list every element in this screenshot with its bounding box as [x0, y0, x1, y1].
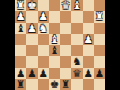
- square-a3[interactable]: [15, 56, 26, 67]
- screenshot-root: ♜♚♛♝♟♟♜♝♟♞♝♟♝♞♟♟♟♛♟♟♜♚♜: [0, 0, 120, 90]
- square-h6[interactable]: [94, 23, 105, 34]
- square-e4[interactable]: [60, 45, 71, 56]
- white-pawn-piece[interactable]: ♟: [16, 11, 25, 22]
- square-c1[interactable]: [38, 79, 49, 90]
- square-a7[interactable]: ♟: [15, 11, 26, 22]
- square-h1[interactable]: [94, 79, 105, 90]
- square-g7[interactable]: [83, 11, 94, 22]
- white-rook-piece[interactable]: ♜: [16, 0, 25, 11]
- square-d4[interactable]: ♝: [49, 45, 60, 56]
- black-pawn-piece[interactable]: ♟: [16, 68, 25, 79]
- black-bishop-piece[interactable]: ♝: [50, 45, 59, 56]
- square-c8[interactable]: [38, 0, 49, 11]
- white-pawn-piece[interactable]: ♟: [38, 11, 47, 22]
- square-b4[interactable]: [26, 45, 37, 56]
- black-pawn-piece[interactable]: ♟: [38, 68, 47, 79]
- square-g6[interactable]: [83, 23, 94, 34]
- square-a8[interactable]: ♜: [15, 0, 26, 11]
- square-c6[interactable]: ♞: [38, 23, 49, 34]
- black-queen-piece[interactable]: ♛: [72, 68, 81, 79]
- white-knight-piece[interactable]: ♞: [38, 23, 47, 34]
- square-d6[interactable]: [49, 23, 60, 34]
- square-h3[interactable]: [94, 56, 105, 67]
- square-b1[interactable]: [26, 79, 37, 90]
- black-pawn-piece[interactable]: ♟: [83, 68, 92, 79]
- square-a5[interactable]: [15, 34, 26, 45]
- square-h5[interactable]: [94, 34, 105, 45]
- square-g1[interactable]: [83, 79, 94, 90]
- square-e3[interactable]: [60, 56, 71, 67]
- square-e1[interactable]: ♜: [60, 79, 71, 90]
- square-h8[interactable]: [94, 0, 105, 11]
- square-d5[interactable]: ♝: [49, 34, 60, 45]
- square-f6[interactable]: [71, 23, 82, 34]
- square-c5[interactable]: [38, 34, 49, 45]
- square-d7[interactable]: [49, 11, 60, 22]
- square-d3[interactable]: [49, 56, 60, 67]
- square-c2[interactable]: ♟: [38, 68, 49, 79]
- white-bishop-piece[interactable]: ♝: [72, 0, 81, 11]
- square-a2[interactable]: ♟: [15, 68, 26, 79]
- square-a4[interactable]: [15, 45, 26, 56]
- black-knight-piece[interactable]: ♞: [72, 56, 81, 67]
- square-h4[interactable]: [94, 45, 105, 56]
- square-b2[interactable]: ♟: [26, 68, 37, 79]
- square-b5[interactable]: [26, 34, 37, 45]
- square-e2[interactable]: [60, 68, 71, 79]
- square-f3[interactable]: ♞: [71, 56, 82, 67]
- square-f1[interactable]: [71, 79, 82, 90]
- square-b8[interactable]: ♚: [26, 0, 37, 11]
- square-e5[interactable]: [60, 34, 71, 45]
- chess-board: ♜♚♛♝♟♟♜♝♟♞♝♟♝♞♟♟♟♛♟♟♜♚♜: [15, 0, 105, 90]
- square-f7[interactable]: [71, 11, 82, 22]
- black-pawn-piece[interactable]: ♟: [95, 68, 104, 79]
- black-bishop-piece[interactable]: ♝: [16, 23, 25, 34]
- black-rook-piece[interactable]: ♜: [61, 79, 70, 90]
- white-bishop-piece[interactable]: ♝: [50, 34, 59, 45]
- square-g4[interactable]: [83, 45, 94, 56]
- square-b3[interactable]: [26, 56, 37, 67]
- square-c3[interactable]: [38, 56, 49, 67]
- white-rook-piece[interactable]: ♜: [95, 11, 104, 22]
- square-b7[interactable]: [26, 11, 37, 22]
- square-g8[interactable]: [83, 0, 94, 11]
- square-d8[interactable]: [49, 0, 60, 11]
- white-king-piece[interactable]: ♚: [27, 0, 36, 11]
- square-e7[interactable]: [60, 11, 71, 22]
- square-e6[interactable]: [60, 23, 71, 34]
- square-e8[interactable]: ♛: [60, 0, 71, 11]
- square-d2[interactable]: [49, 68, 60, 79]
- white-pawn-piece[interactable]: ♟: [83, 34, 92, 45]
- square-g3[interactable]: [83, 56, 94, 67]
- square-d1[interactable]: ♚: [49, 79, 60, 90]
- square-f2[interactable]: ♛: [71, 68, 82, 79]
- square-a1[interactable]: ♜: [15, 79, 26, 90]
- square-b6[interactable]: ♟: [26, 23, 37, 34]
- square-h7[interactable]: ♜: [94, 11, 105, 22]
- square-f4[interactable]: [71, 45, 82, 56]
- black-pawn-piece[interactable]: ♟: [27, 68, 36, 79]
- white-pawn-piece[interactable]: ♟: [27, 23, 36, 34]
- square-c4[interactable]: [38, 45, 49, 56]
- square-g2[interactable]: ♟: [83, 68, 94, 79]
- white-queen-piece[interactable]: ♛: [61, 0, 70, 11]
- square-f5[interactable]: [71, 34, 82, 45]
- black-king-piece[interactable]: ♚: [50, 79, 59, 90]
- square-f8[interactable]: ♝: [71, 0, 82, 11]
- black-rook-piece[interactable]: ♜: [16, 79, 25, 90]
- square-c7[interactable]: ♟: [38, 11, 49, 22]
- square-g5[interactable]: ♟: [83, 34, 94, 45]
- square-a6[interactable]: ♝: [15, 23, 26, 34]
- square-h2[interactable]: ♟: [94, 68, 105, 79]
